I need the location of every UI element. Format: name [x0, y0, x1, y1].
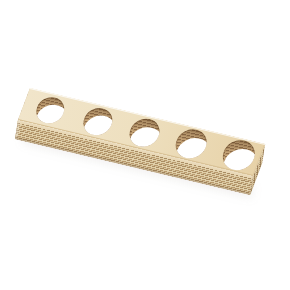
product-photo	[0, 0, 290, 290]
pit-5-hole-icon	[218, 137, 259, 173]
pit-1-hole-icon	[33, 94, 69, 126]
pit-2-hole-icon	[79, 105, 116, 138]
pit-4-hole-icon	[172, 126, 212, 161]
pit-3-hole-icon	[125, 116, 163, 150]
mancala-board	[0, 0, 290, 290]
